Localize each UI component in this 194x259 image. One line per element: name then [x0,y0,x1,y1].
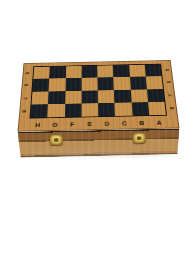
square-f5 [65,66,81,78]
square-f7 [65,90,82,103]
square-b6 [129,77,146,90]
file-label-e: E [81,118,98,130]
square-a5 [144,64,161,76]
square-e6 [81,78,97,91]
board-frame [29,64,167,119]
square-g6 [49,78,66,91]
drop-shadow [22,152,175,156]
square-d7 [98,90,115,103]
square-e8 [81,103,98,117]
square-c5 [113,65,130,77]
square-g5 [49,66,65,78]
square-b7 [130,89,147,102]
file-label-c: C [115,117,133,129]
square-a7 [147,89,165,102]
square-f8 [64,103,81,117]
square-c7 [114,89,131,102]
board-grid [31,64,166,117]
file-labels-bottom: HGFEDCBA [29,116,169,130]
product-photo: 5678 5678 HGFEDCBA [0,0,194,259]
square-a6 [146,76,163,89]
square-e5 [81,66,97,78]
square-d6 [97,77,114,90]
file-label-b: B [133,117,151,129]
file-label-g: G [46,119,64,131]
square-b5 [129,65,146,77]
square-a8 [148,102,166,116]
square-d8 [98,103,115,117]
chess-box: 5678 5678 HGFEDCBA [16,52,180,157]
square-g8 [47,104,64,118]
square-b8 [131,102,149,116]
square-f6 [65,78,81,91]
board-top-face: 5678 5678 HGFEDCBA [18,60,180,132]
file-label-a: A [150,116,169,128]
square-c8 [115,102,133,116]
file-label-d: D [98,118,116,130]
square-e7 [81,90,98,103]
brass-clasp-right [133,133,146,143]
brass-clasp-left [50,135,63,145]
square-c6 [113,77,130,90]
square-h7 [31,91,48,104]
file-label-h: H [29,119,47,131]
square-g7 [48,91,65,104]
square-h5 [33,67,50,79]
file-label-f: F [64,118,82,130]
square-h8 [31,104,49,118]
square-h6 [32,79,49,92]
square-d5 [97,65,113,77]
